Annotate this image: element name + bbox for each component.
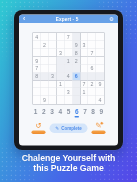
cell-r5c9[interactable] [96, 65, 104, 73]
cell-r1c9[interactable] [96, 33, 104, 41]
cell-r7c6[interactable] [72, 80, 80, 88]
cell-r5c8[interactable]: 6 [88, 65, 96, 73]
cell-r6c5[interactable]: 4 [65, 72, 73, 80]
cell-r5c1[interactable]: 7 [33, 65, 41, 73]
back-icon[interactable]: ‹ [23, 15, 25, 23]
cell-r3c8[interactable]: 7 [88, 49, 96, 57]
cell-r5c7[interactable] [80, 65, 88, 73]
cell-r8c5[interactable]: 3 [65, 88, 73, 96]
cell-r4c7[interactable] [80, 57, 88, 65]
erase-button[interactable]: ✎ [90, 122, 107, 134]
cell-r8c9[interactable] [96, 88, 104, 96]
cell-r9c1[interactable] [33, 96, 41, 104]
cell-r9c6[interactable] [72, 96, 80, 104]
cell-r7c1[interactable] [33, 80, 41, 88]
cell-r3c2[interactable] [41, 49, 49, 57]
cell-r2c3[interactable] [49, 41, 57, 49]
cell-r2c8[interactable] [88, 41, 96, 49]
cell-r1c7[interactable] [80, 33, 88, 41]
number-pad: 123456789 [32, 109, 106, 118]
cell-r6c7[interactable] [80, 72, 88, 80]
cell-r6c9[interactable] [96, 72, 104, 80]
undo-icon: ↺ [35, 122, 41, 130]
page-title: Expert - 5 [56, 16, 79, 22]
numpad-digit-3[interactable]: 3 [48, 109, 56, 118]
app-screen: ‹ Expert - 5 ⚙ 4729338791276834617293194… [19, 15, 118, 146]
cell-r6c8[interactable] [88, 72, 96, 80]
cell-r7c5[interactable] [65, 80, 73, 88]
cell-r5c3[interactable] [49, 65, 57, 73]
cell-r9c4[interactable] [57, 96, 65, 104]
cell-r1c2[interactable] [41, 33, 49, 41]
cell-r3c4[interactable]: 3 [57, 49, 65, 57]
numpad-digit-8[interactable]: 8 [89, 109, 97, 118]
numpad-digit-4[interactable]: 4 [56, 109, 64, 118]
cell-r1c3[interactable] [49, 33, 57, 41]
cell-r7c7[interactable]: 7 [80, 80, 88, 88]
cell-r6c4[interactable] [57, 72, 65, 80]
undo-button[interactable]: ↺ [30, 122, 47, 134]
ad-caption: Chalenge Yourself with this Puzzle Game [0, 153, 137, 173]
cell-r8c3[interactable] [49, 88, 57, 96]
ad-background: ‹ Expert - 5 ⚙ 4729338791276834617293194… [0, 0, 137, 182]
cell-r2c5[interactable] [65, 41, 73, 49]
cell-r9c7[interactable] [80, 96, 88, 104]
cell-r3c6[interactable]: 8 [72, 49, 80, 57]
cell-r9c5[interactable] [65, 96, 73, 104]
cell-r2c7[interactable]: 3 [80, 41, 88, 49]
cell-r3c9[interactable] [96, 49, 104, 57]
settings-gear-icon[interactable]: ⚙ [109, 15, 114, 23]
cell-r5c2[interactable] [41, 65, 49, 73]
cell-r7c3[interactable] [49, 80, 57, 88]
ad-caption-line1: Chalenge Yourself with [0, 153, 137, 163]
cell-r4c6[interactable]: 2 [72, 57, 80, 65]
ad-caption-line2: this Puzzle Game [0, 163, 137, 173]
sudoku-board[interactable]: 4729338791276834617293194 [33, 33, 105, 105]
undo-label-bar [32, 130, 46, 134]
cell-r3c3[interactable] [49, 49, 57, 57]
cell-r6c3[interactable]: 3 [49, 72, 57, 80]
cell-r9c8[interactable] [88, 96, 96, 104]
cell-r1c1[interactable]: 4 [33, 33, 41, 41]
cell-r2c1[interactable] [33, 41, 41, 49]
cell-r4c9[interactable] [96, 57, 104, 65]
complete-button-label: Complete [61, 126, 82, 131]
cell-r6c1[interactable]: 8 [33, 72, 41, 80]
cell-r9c9[interactable]: 4 [96, 96, 104, 104]
eraser-badge [100, 121, 104, 125]
cell-r7c8[interactable]: 2 [88, 80, 96, 88]
cell-r6c2[interactable] [41, 72, 49, 80]
cell-r4c5[interactable]: 1 [65, 57, 73, 65]
cell-r3c5[interactable] [65, 49, 73, 57]
cell-r2c9[interactable] [96, 41, 104, 49]
cell-r5c6[interactable] [72, 65, 80, 73]
cell-r3c1[interactable] [33, 49, 41, 57]
numpad-digit-9[interactable]: 9 [97, 109, 105, 118]
eraser-icon: ✎ [95, 122, 101, 130]
cell-r3c7[interactable] [80, 49, 88, 57]
cell-r8c4[interactable] [57, 88, 65, 96]
cell-r8c2[interactable] [41, 88, 49, 96]
cell-r8c1[interactable] [33, 88, 41, 96]
cell-r1c8[interactable] [88, 33, 96, 41]
cell-r4c4[interactable] [57, 57, 65, 65]
cell-r1c5[interactable]: 7 [65, 33, 73, 41]
cell-r9c2[interactable]: 9 [41, 96, 49, 104]
cell-r1c6[interactable] [72, 33, 80, 41]
cell-r4c3[interactable] [49, 57, 57, 65]
cell-r4c2[interactable] [41, 57, 49, 65]
numpad-digit-2[interactable]: 2 [40, 109, 48, 118]
cell-r9c3[interactable] [49, 96, 57, 104]
app-header: ‹ Expert - 5 ⚙ [19, 15, 118, 24]
cell-r4c8[interactable] [88, 57, 96, 65]
cell-r2c6[interactable]: 9 [72, 41, 80, 49]
erase-label-bar [92, 130, 106, 134]
complete-button[interactable]: ✎ Complete [49, 123, 87, 133]
action-toolbar: ↺ ✎ Complete ✎ [30, 122, 107, 134]
cell-r4c1[interactable]: 9 [33, 57, 41, 65]
cell-r8c6[interactable] [72, 88, 80, 96]
cell-r6c6[interactable]: 6 [72, 72, 80, 80]
cell-r2c2[interactable]: 2 [41, 41, 49, 49]
cell-r7c4[interactable]: 1 [57, 80, 65, 88]
numpad-digit-7[interactable]: 7 [81, 109, 89, 118]
cell-r7c2[interactable] [41, 80, 49, 88]
cell-r7c9[interactable]: 9 [96, 80, 104, 88]
cell-r8c8[interactable] [88, 88, 96, 96]
tablet-device: ‹ Expert - 5 ⚙ 4729338791276834617293194… [14, 10, 123, 150]
cell-r5c5[interactable] [65, 65, 73, 73]
cell-r2c4[interactable] [57, 41, 65, 49]
cell-r1c4[interactable] [57, 33, 65, 41]
numpad-digit-1[interactable]: 1 [32, 109, 40, 118]
cell-r8c7[interactable]: 1 [80, 88, 88, 96]
cell-r5c4[interactable] [57, 65, 65, 73]
numpad-digit-5[interactable]: 5 [64, 109, 72, 118]
pencil-icon: ✎ [55, 126, 59, 131]
numpad-digit-6[interactable]: 6 [73, 109, 81, 118]
